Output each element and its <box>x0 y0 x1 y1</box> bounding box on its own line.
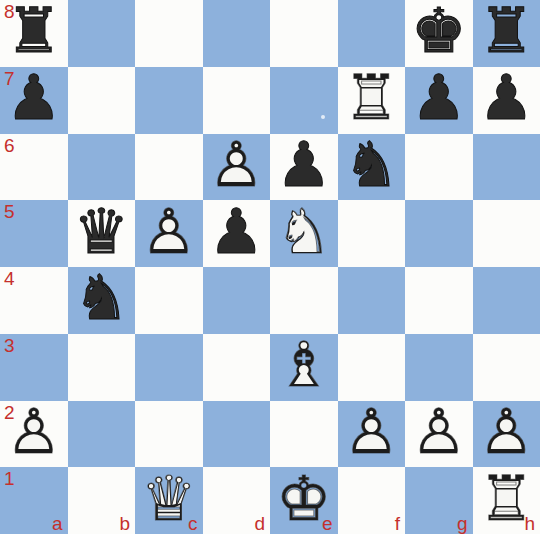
square-b8[interactable] <box>68 0 136 67</box>
chess-board: ♜♚♜♟♜♖♟♟♟♙♟♞♛♟♙♟♞♘♞♝♗♟♙♟♙♟♙♟♙♛♕♚♔♜♖87654… <box>0 0 540 534</box>
piece-glyph-outline: ♙ <box>135 198 203 265</box>
square-d6[interactable]: ♟♙ <box>203 134 271 201</box>
square-b5[interactable]: ♛ <box>68 200 136 267</box>
square-g8[interactable]: ♚ <box>405 0 473 67</box>
square-d5[interactable]: ♟ <box>203 200 271 267</box>
white-pawn[interactable]: ♟♙ <box>338 401 406 468</box>
piece-glyph-outline: ♙ <box>338 399 406 466</box>
square-e5[interactable]: ♞♘ <box>270 200 338 267</box>
square-g5[interactable] <box>405 200 473 267</box>
white-queen[interactable]: ♛♕ <box>135 467 203 534</box>
piece-glyph-outline: ♙ <box>405 399 473 466</box>
square-h4[interactable] <box>473 267 540 334</box>
black-pawn[interactable]: ♟ <box>0 67 68 134</box>
square-c4[interactable] <box>135 267 203 334</box>
square-e4[interactable] <box>270 267 338 334</box>
square-h5[interactable] <box>473 200 540 267</box>
square-b7[interactable] <box>68 67 136 134</box>
piece-glyph-outline: ♘ <box>270 198 338 265</box>
square-a5[interactable] <box>0 200 68 267</box>
piece-glyph-outline: ♕ <box>135 465 203 532</box>
white-pawn[interactable]: ♟♙ <box>135 200 203 267</box>
square-d2[interactable] <box>203 401 271 468</box>
square-e6[interactable]: ♟ <box>270 134 338 201</box>
square-g6[interactable] <box>405 134 473 201</box>
square-g3[interactable] <box>405 334 473 401</box>
black-rook[interactable]: ♜ <box>0 0 68 67</box>
piece-glyph-outline: ♙ <box>203 132 271 199</box>
square-h3[interactable] <box>473 334 540 401</box>
piece-glyph: ♟ <box>473 65 540 132</box>
square-f7[interactable]: ♜♖ <box>338 67 406 134</box>
square-b1[interactable] <box>68 467 136 534</box>
piece-glyph-outline: ♔ <box>270 465 338 532</box>
piece-glyph-outline: ♙ <box>0 399 68 466</box>
square-a8[interactable]: ♜ <box>0 0 68 67</box>
piece-glyph: ♟ <box>203 198 271 265</box>
square-h2[interactable]: ♟♙ <box>473 401 540 468</box>
square-f3[interactable] <box>338 334 406 401</box>
square-f2[interactable]: ♟♙ <box>338 401 406 468</box>
square-f8[interactable] <box>338 0 406 67</box>
piece-glyph-outline: ♗ <box>270 332 338 399</box>
black-rook[interactable]: ♜ <box>473 0 540 67</box>
white-pawn[interactable]: ♟♙ <box>203 134 271 201</box>
square-f1[interactable] <box>338 467 406 534</box>
square-a4[interactable] <box>0 267 68 334</box>
square-c8[interactable] <box>135 0 203 67</box>
square-d1[interactable] <box>203 467 271 534</box>
piece-glyph-outline: ♖ <box>473 465 540 532</box>
square-d8[interactable] <box>203 0 271 67</box>
square-c1[interactable]: ♛♕ <box>135 467 203 534</box>
piece-glyph: ♚ <box>405 0 473 65</box>
black-knight[interactable]: ♞ <box>338 134 406 201</box>
white-rook[interactable]: ♜♖ <box>473 467 540 534</box>
square-c5[interactable]: ♟♙ <box>135 200 203 267</box>
square-d4[interactable] <box>203 267 271 334</box>
piece-glyph: ♛ <box>68 198 136 265</box>
white-rook[interactable]: ♜♖ <box>338 67 406 134</box>
square-h8[interactable]: ♜ <box>473 0 540 67</box>
square-g2[interactable]: ♟♙ <box>405 401 473 468</box>
square-c2[interactable] <box>135 401 203 468</box>
square-c3[interactable] <box>135 334 203 401</box>
square-a6[interactable] <box>0 134 68 201</box>
piece-glyph: ♟ <box>0 65 68 132</box>
black-king[interactable]: ♚ <box>405 0 473 67</box>
square-e8[interactable] <box>270 0 338 67</box>
black-pawn[interactable]: ♟ <box>473 67 540 134</box>
piece-glyph: ♜ <box>0 0 68 65</box>
white-knight[interactable]: ♞♘ <box>270 200 338 267</box>
square-a1[interactable] <box>0 467 68 534</box>
black-pawn[interactable]: ♟ <box>203 200 271 267</box>
square-b3[interactable] <box>68 334 136 401</box>
square-e2[interactable] <box>270 401 338 468</box>
black-pawn[interactable]: ♟ <box>270 134 338 201</box>
white-bishop[interactable]: ♝♗ <box>270 334 338 401</box>
square-c6[interactable] <box>135 134 203 201</box>
square-g1[interactable] <box>405 467 473 534</box>
square-a3[interactable] <box>0 334 68 401</box>
piece-glyph-outline: ♙ <box>473 399 540 466</box>
black-knight[interactable]: ♞ <box>68 267 136 334</box>
square-h6[interactable] <box>473 134 540 201</box>
square-d7[interactable] <box>203 67 271 134</box>
square-e1[interactable]: ♚♔ <box>270 467 338 534</box>
square-f4[interactable] <box>338 267 406 334</box>
black-pawn[interactable]: ♟ <box>405 67 473 134</box>
square-f5[interactable] <box>338 200 406 267</box>
white-pawn[interactable]: ♟♙ <box>473 401 540 468</box>
square-h7[interactable]: ♟ <box>473 67 540 134</box>
square-c7[interactable] <box>135 67 203 134</box>
piece-glyph: ♜ <box>473 0 540 65</box>
square-g4[interactable] <box>405 267 473 334</box>
square-b4[interactable]: ♞ <box>68 267 136 334</box>
piece-glyph: ♞ <box>68 265 136 332</box>
square-d3[interactable] <box>203 334 271 401</box>
square-a2[interactable]: ♟♙ <box>0 401 68 468</box>
square-e3[interactable]: ♝♗ <box>270 334 338 401</box>
square-h1[interactable]: ♜♖ <box>473 467 540 534</box>
square-b2[interactable] <box>68 401 136 468</box>
white-king[interactable]: ♚♔ <box>270 467 338 534</box>
white-pawn[interactable]: ♟♙ <box>0 401 68 468</box>
square-f6[interactable]: ♞ <box>338 134 406 201</box>
piece-glyph: ♟ <box>405 65 473 132</box>
black-queen[interactable]: ♛ <box>68 200 136 267</box>
square-a7[interactable]: ♟ <box>0 67 68 134</box>
piece-glyph-outline: ♖ <box>338 65 406 132</box>
piece-glyph: ♞ <box>338 132 406 199</box>
square-g7[interactable]: ♟ <box>405 67 473 134</box>
square-e7[interactable] <box>270 67 338 134</box>
square-b6[interactable] <box>68 134 136 201</box>
piece-glyph: ♟ <box>270 132 338 199</box>
white-pawn[interactable]: ♟♙ <box>405 401 473 468</box>
